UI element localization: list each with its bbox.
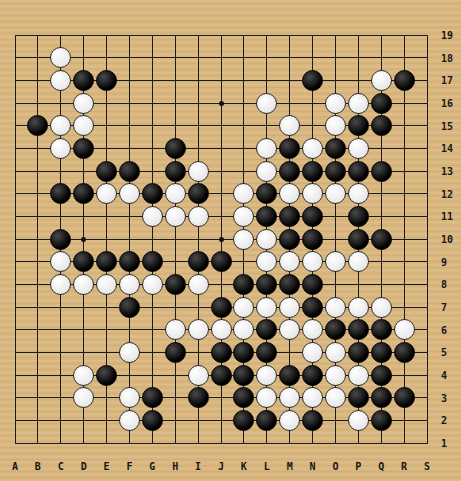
row-label: 2	[441, 415, 447, 426]
black-stone[interactable]	[142, 410, 163, 431]
black-stone[interactable]	[394, 342, 415, 363]
column-label: E	[104, 461, 110, 472]
grid-horizontal-line	[15, 57, 428, 58]
black-stone[interactable]	[348, 319, 369, 340]
white-stone[interactable]	[211, 319, 232, 340]
grid-vertical-line	[15, 35, 16, 444]
row-label: 8	[441, 279, 447, 290]
white-stone[interactable]	[279, 297, 300, 318]
black-stone[interactable]	[188, 251, 209, 272]
column-label: F	[126, 461, 132, 472]
black-stone[interactable]	[256, 274, 277, 295]
black-stone[interactable]	[233, 342, 254, 363]
black-stone[interactable]	[211, 251, 232, 272]
star-point	[219, 237, 224, 242]
black-stone[interactable]	[142, 183, 163, 204]
column-label: P	[355, 461, 361, 472]
black-stone[interactable]	[50, 183, 71, 204]
black-stone[interactable]	[165, 138, 186, 159]
black-stone[interactable]	[348, 342, 369, 363]
black-stone[interactable]	[279, 206, 300, 227]
black-stone[interactable]	[165, 342, 186, 363]
white-stone[interactable]	[96, 274, 117, 295]
black-stone[interactable]	[256, 410, 277, 431]
row-label: 6	[441, 324, 447, 335]
white-stone[interactable]	[233, 206, 254, 227]
row-label: 16	[441, 98, 453, 109]
white-stone[interactable]	[233, 297, 254, 318]
row-label: 19	[441, 30, 453, 41]
grid-vertical-line	[404, 35, 405, 444]
star-point	[219, 101, 224, 106]
black-stone[interactable]	[73, 251, 94, 272]
white-stone[interactable]	[256, 138, 277, 159]
row-label: 9	[441, 256, 447, 267]
black-stone[interactable]	[302, 297, 323, 318]
white-stone[interactable]	[119, 342, 140, 363]
column-label: B	[35, 461, 41, 472]
black-stone[interactable]	[96, 161, 117, 182]
black-stone[interactable]	[256, 319, 277, 340]
black-stone[interactable]	[279, 365, 300, 386]
white-stone[interactable]	[50, 251, 71, 272]
column-label: S	[424, 461, 430, 472]
column-label: H	[172, 461, 178, 472]
column-label: D	[81, 461, 87, 472]
grid-vertical-line	[427, 35, 428, 444]
black-stone[interactable]	[142, 251, 163, 272]
white-stone[interactable]	[233, 319, 254, 340]
white-stone[interactable]	[119, 183, 140, 204]
row-label: 10	[441, 234, 453, 245]
black-stone[interactable]	[96, 251, 117, 272]
white-stone[interactable]	[50, 138, 71, 159]
column-label: Q	[378, 461, 384, 472]
white-stone[interactable]	[119, 410, 140, 431]
grid-horizontal-line	[15, 443, 428, 444]
white-stone[interactable]	[73, 387, 94, 408]
grid-vertical-line	[37, 35, 38, 444]
black-stone[interactable]	[371, 115, 392, 136]
white-stone[interactable]	[233, 229, 254, 250]
white-stone[interactable]	[256, 387, 277, 408]
white-stone[interactable]	[50, 47, 71, 68]
white-stone[interactable]	[325, 387, 346, 408]
black-stone[interactable]	[325, 138, 346, 159]
black-stone[interactable]	[96, 365, 117, 386]
black-stone[interactable]	[188, 183, 209, 204]
black-stone[interactable]	[27, 115, 48, 136]
black-stone[interactable]	[73, 183, 94, 204]
white-stone[interactable]	[348, 297, 369, 318]
black-stone[interactable]	[348, 161, 369, 182]
white-stone[interactable]	[279, 319, 300, 340]
black-stone[interactable]	[302, 274, 323, 295]
white-stone[interactable]	[188, 161, 209, 182]
white-stone[interactable]	[256, 161, 277, 182]
white-stone[interactable]	[279, 410, 300, 431]
white-stone[interactable]	[348, 93, 369, 114]
white-stone[interactable]	[348, 365, 369, 386]
white-stone[interactable]	[302, 251, 323, 272]
white-stone[interactable]	[302, 387, 323, 408]
white-stone[interactable]	[348, 138, 369, 159]
black-stone[interactable]	[371, 229, 392, 250]
white-stone[interactable]	[348, 251, 369, 272]
black-stone[interactable]	[302, 229, 323, 250]
row-label: 15	[441, 120, 453, 131]
white-stone[interactable]	[325, 251, 346, 272]
black-stone[interactable]	[348, 387, 369, 408]
white-stone[interactable]	[348, 183, 369, 204]
row-label: 17	[441, 75, 453, 86]
row-label: 7	[441, 302, 447, 313]
column-label: I	[195, 461, 201, 472]
column-label: O	[332, 461, 338, 472]
white-stone[interactable]	[50, 70, 71, 91]
white-stone[interactable]	[165, 319, 186, 340]
black-stone[interactable]	[302, 206, 323, 227]
black-stone[interactable]	[233, 410, 254, 431]
black-stone[interactable]	[325, 161, 346, 182]
black-stone[interactable]	[371, 365, 392, 386]
black-stone[interactable]	[233, 387, 254, 408]
white-stone[interactable]	[50, 274, 71, 295]
black-stone[interactable]	[348, 206, 369, 227]
column-label: C	[58, 461, 64, 472]
column-label: A	[12, 461, 18, 472]
black-stone[interactable]	[119, 251, 140, 272]
white-stone[interactable]	[302, 138, 323, 159]
black-stone[interactable]	[371, 410, 392, 431]
black-stone[interactable]	[188, 387, 209, 408]
black-stone[interactable]	[211, 342, 232, 363]
white-stone[interactable]	[73, 93, 94, 114]
black-stone[interactable]	[348, 115, 369, 136]
row-label: 14	[441, 143, 453, 154]
white-stone[interactable]	[188, 206, 209, 227]
white-stone[interactable]	[50, 115, 71, 136]
black-stone[interactable]	[371, 319, 392, 340]
black-stone[interactable]	[256, 206, 277, 227]
row-label: 12	[441, 188, 453, 199]
black-stone[interactable]	[165, 274, 186, 295]
column-label: G	[149, 461, 155, 472]
white-stone[interactable]	[256, 251, 277, 272]
grid-vertical-line	[152, 35, 153, 444]
black-stone[interactable]	[256, 183, 277, 204]
black-stone[interactable]	[211, 365, 232, 386]
row-label: 18	[441, 52, 453, 63]
black-stone[interactable]	[394, 70, 415, 91]
black-stone[interactable]	[302, 410, 323, 431]
grid-vertical-line	[129, 35, 130, 444]
white-stone[interactable]	[302, 319, 323, 340]
black-stone[interactable]	[348, 229, 369, 250]
black-stone[interactable]	[279, 161, 300, 182]
grid-horizontal-line	[15, 35, 428, 36]
column-label: J	[218, 461, 224, 472]
row-label: 11	[441, 211, 453, 222]
black-stone[interactable]	[279, 229, 300, 250]
black-stone[interactable]	[302, 365, 323, 386]
black-stone[interactable]	[394, 387, 415, 408]
black-stone[interactable]	[165, 161, 186, 182]
black-stone[interactable]	[371, 387, 392, 408]
white-stone[interactable]	[325, 183, 346, 204]
black-stone[interactable]	[371, 161, 392, 182]
white-stone[interactable]	[188, 319, 209, 340]
column-label: M	[287, 461, 293, 472]
white-stone[interactable]	[73, 274, 94, 295]
white-stone[interactable]	[325, 93, 346, 114]
white-stone[interactable]	[279, 183, 300, 204]
white-stone[interactable]	[96, 183, 117, 204]
white-stone[interactable]	[325, 297, 346, 318]
white-stone[interactable]	[233, 183, 254, 204]
black-stone[interactable]	[233, 365, 254, 386]
white-stone[interactable]	[73, 365, 94, 386]
white-stone[interactable]	[348, 410, 369, 431]
row-label: 1	[441, 438, 447, 449]
white-stone[interactable]	[279, 115, 300, 136]
column-label: R	[401, 461, 407, 472]
row-label: 4	[441, 370, 447, 381]
white-stone[interactable]	[279, 387, 300, 408]
column-label: K	[241, 461, 247, 472]
column-label: L	[264, 461, 270, 472]
black-stone[interactable]	[211, 297, 232, 318]
white-stone[interactable]	[325, 342, 346, 363]
white-stone[interactable]	[256, 365, 277, 386]
row-label: 5	[441, 347, 447, 358]
white-stone[interactable]	[325, 365, 346, 386]
white-stone[interactable]	[188, 274, 209, 295]
black-stone[interactable]	[371, 342, 392, 363]
black-stone[interactable]	[233, 274, 254, 295]
white-stone[interactable]	[302, 183, 323, 204]
black-stone[interactable]	[302, 161, 323, 182]
white-stone[interactable]	[279, 251, 300, 272]
white-stone[interactable]	[165, 183, 186, 204]
black-stone[interactable]	[73, 138, 94, 159]
row-label: 13	[441, 166, 453, 177]
white-stone[interactable]	[371, 70, 392, 91]
white-stone[interactable]	[119, 387, 140, 408]
white-stone[interactable]	[371, 297, 392, 318]
black-stone[interactable]	[119, 297, 140, 318]
white-stone[interactable]	[256, 93, 277, 114]
black-stone[interactable]	[142, 387, 163, 408]
white-stone[interactable]	[142, 206, 163, 227]
white-stone[interactable]	[142, 274, 163, 295]
grid-vertical-line	[175, 35, 176, 444]
black-stone[interactable]	[50, 229, 71, 250]
white-stone[interactable]	[256, 297, 277, 318]
black-stone[interactable]	[256, 342, 277, 363]
row-label: 3	[441, 392, 447, 403]
white-stone[interactable]	[394, 319, 415, 340]
star-point	[81, 237, 86, 242]
go-board[interactable]: ABCDEFGHIJKLMNOPQRS191817161514131211109…	[0, 0, 461, 481]
white-stone[interactable]	[165, 206, 186, 227]
black-stone[interactable]	[371, 93, 392, 114]
black-stone[interactable]	[279, 274, 300, 295]
black-stone[interactable]	[279, 138, 300, 159]
black-stone[interactable]	[73, 70, 94, 91]
black-stone[interactable]	[119, 161, 140, 182]
white-stone[interactable]	[73, 115, 94, 136]
white-stone[interactable]	[256, 229, 277, 250]
column-label: N	[310, 461, 316, 472]
white-stone[interactable]	[302, 342, 323, 363]
black-stone[interactable]	[96, 70, 117, 91]
black-stone[interactable]	[302, 70, 323, 91]
white-stone[interactable]	[325, 115, 346, 136]
black-stone[interactable]	[325, 319, 346, 340]
white-stone[interactable]	[188, 365, 209, 386]
white-stone[interactable]	[119, 274, 140, 295]
